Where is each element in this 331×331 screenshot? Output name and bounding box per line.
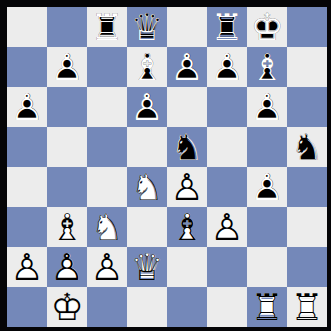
piece-outline-glyph: ♙ bbox=[167, 47, 207, 87]
piece-outline-glyph: ♘ bbox=[167, 127, 207, 167]
black-king-g8: ♚♔ bbox=[247, 7, 287, 47]
piece-outline-glyph: ♖ bbox=[287, 287, 327, 327]
square-a8[interactable] bbox=[7, 7, 47, 47]
square-f6[interactable] bbox=[207, 87, 247, 127]
square-c2[interactable]: ♟♙ bbox=[87, 247, 127, 287]
chess-board: ♜♖♛♕♜♖♚♔♟♙♝♗♟♙♟♙♝♗♟♙♟♙♟♙♞♘♞♘♞♘♟♙♟♙♝♗♞♘♝♗… bbox=[7, 7, 327, 327]
square-d1[interactable] bbox=[127, 287, 167, 327]
black-pawn-e7: ♟♙ bbox=[167, 47, 207, 87]
black-pawn-f7: ♟♙ bbox=[207, 47, 247, 87]
square-c7[interactable] bbox=[87, 47, 127, 87]
white-pawn-e4: ♟♙ bbox=[167, 167, 207, 207]
square-f5[interactable] bbox=[207, 127, 247, 167]
square-b6[interactable] bbox=[47, 87, 87, 127]
piece-outline-glyph: ♙ bbox=[207, 47, 247, 87]
piece-outline-glyph: ♔ bbox=[47, 287, 87, 327]
square-b2[interactable]: ♟♙ bbox=[47, 247, 87, 287]
square-d5[interactable] bbox=[127, 127, 167, 167]
black-pawn-g6: ♟♙ bbox=[247, 87, 287, 127]
black-pawn-a6: ♟♙ bbox=[7, 87, 47, 127]
piece-outline-glyph: ♗ bbox=[47, 207, 87, 247]
square-h1[interactable]: ♜♖ bbox=[287, 287, 327, 327]
square-e7[interactable]: ♟♙ bbox=[167, 47, 207, 87]
square-c4[interactable] bbox=[87, 167, 127, 207]
square-c1[interactable] bbox=[87, 287, 127, 327]
square-g6[interactable]: ♟♙ bbox=[247, 87, 287, 127]
square-e3[interactable]: ♝♗ bbox=[167, 207, 207, 247]
square-d4[interactable]: ♞♘ bbox=[127, 167, 167, 207]
square-c8[interactable]: ♜♖ bbox=[87, 7, 127, 47]
square-b8[interactable] bbox=[47, 7, 87, 47]
square-h3[interactable] bbox=[287, 207, 327, 247]
piece-outline-glyph: ♗ bbox=[247, 47, 287, 87]
square-h7[interactable] bbox=[287, 47, 327, 87]
square-d3[interactable] bbox=[127, 207, 167, 247]
piece-outline-glyph: ♔ bbox=[247, 7, 287, 47]
square-a5[interactable] bbox=[7, 127, 47, 167]
square-h5[interactable]: ♞♘ bbox=[287, 127, 327, 167]
black-pawn-d6: ♟♙ bbox=[127, 87, 167, 127]
square-b4[interactable] bbox=[47, 167, 87, 207]
piece-outline-glyph: ♙ bbox=[7, 87, 47, 127]
square-f8[interactable]: ♜♖ bbox=[207, 7, 247, 47]
white-bishop-e3: ♝♗ bbox=[167, 207, 207, 247]
square-a2[interactable]: ♟♙ bbox=[7, 247, 47, 287]
square-f3[interactable]: ♟♙ bbox=[207, 207, 247, 247]
chess-diagram-frame: ♜♖♛♕♜♖♚♔♟♙♝♗♟♙♟♙♝♗♟♙♟♙♟♙♞♘♞♘♞♘♟♙♟♙♝♗♞♘♝♗… bbox=[0, 0, 331, 331]
white-pawn-a2: ♟♙ bbox=[7, 247, 47, 287]
white-king-b1: ♚♔ bbox=[47, 287, 87, 327]
square-c3[interactable]: ♞♘ bbox=[87, 207, 127, 247]
piece-outline-glyph: ♖ bbox=[247, 287, 287, 327]
square-f1[interactable] bbox=[207, 287, 247, 327]
black-knight-e5: ♞♘ bbox=[167, 127, 207, 167]
square-e6[interactable] bbox=[167, 87, 207, 127]
white-rook-g1: ♜♖ bbox=[247, 287, 287, 327]
piece-outline-glyph: ♙ bbox=[7, 247, 47, 287]
square-a4[interactable] bbox=[7, 167, 47, 207]
white-knight-d4: ♞♘ bbox=[127, 167, 167, 207]
square-g8[interactable]: ♚♔ bbox=[247, 7, 287, 47]
square-a7[interactable] bbox=[7, 47, 47, 87]
square-g2[interactable] bbox=[247, 247, 287, 287]
white-bishop-b3: ♝♗ bbox=[47, 207, 87, 247]
piece-outline-glyph: ♗ bbox=[167, 207, 207, 247]
square-d8[interactable]: ♛♕ bbox=[127, 7, 167, 47]
square-d6[interactable]: ♟♙ bbox=[127, 87, 167, 127]
piece-outline-glyph: ♘ bbox=[127, 167, 167, 207]
square-b3[interactable]: ♝♗ bbox=[47, 207, 87, 247]
square-h4[interactable] bbox=[287, 167, 327, 207]
piece-outline-glyph: ♙ bbox=[47, 247, 87, 287]
piece-outline-glyph: ♙ bbox=[127, 87, 167, 127]
black-bishop-d7: ♝♗ bbox=[127, 47, 167, 87]
white-pawn-c2: ♟♙ bbox=[87, 247, 127, 287]
square-d2[interactable]: ♛♕ bbox=[127, 247, 167, 287]
square-c6[interactable] bbox=[87, 87, 127, 127]
piece-outline-glyph: ♘ bbox=[287, 127, 327, 167]
square-g7[interactable]: ♝♗ bbox=[247, 47, 287, 87]
white-pawn-f3: ♟♙ bbox=[207, 207, 247, 247]
square-c5[interactable] bbox=[87, 127, 127, 167]
square-h2[interactable] bbox=[287, 247, 327, 287]
square-h8[interactable] bbox=[287, 7, 327, 47]
piece-outline-glyph: ♙ bbox=[167, 167, 207, 207]
white-pawn-b2: ♟♙ bbox=[47, 247, 87, 287]
square-b1[interactable]: ♚♔ bbox=[47, 287, 87, 327]
square-f4[interactable] bbox=[207, 167, 247, 207]
piece-outline-glyph: ♖ bbox=[87, 7, 127, 47]
square-a6[interactable]: ♟♙ bbox=[7, 87, 47, 127]
square-g1[interactable]: ♜♖ bbox=[247, 287, 287, 327]
black-rook-f8: ♜♖ bbox=[207, 7, 247, 47]
white-knight-c3: ♞♘ bbox=[87, 207, 127, 247]
piece-outline-glyph: ♘ bbox=[87, 207, 127, 247]
black-pawn-g4: ♟♙ bbox=[247, 167, 287, 207]
black-bishop-g7: ♝♗ bbox=[247, 47, 287, 87]
square-f7[interactable]: ♟♙ bbox=[207, 47, 247, 87]
square-b5[interactable] bbox=[47, 127, 87, 167]
piece-outline-glyph: ♕ bbox=[127, 247, 167, 287]
square-g3[interactable] bbox=[247, 207, 287, 247]
piece-outline-glyph: ♙ bbox=[87, 247, 127, 287]
square-e8[interactable] bbox=[167, 7, 207, 47]
square-a3[interactable] bbox=[7, 207, 47, 247]
black-knight-h5: ♞♘ bbox=[287, 127, 327, 167]
piece-outline-glyph: ♙ bbox=[207, 207, 247, 247]
square-b7[interactable]: ♟♙ bbox=[47, 47, 87, 87]
white-queen-d2: ♛♕ bbox=[127, 247, 167, 287]
piece-outline-glyph: ♖ bbox=[207, 7, 247, 47]
piece-outline-glyph: ♗ bbox=[127, 47, 167, 87]
square-e5[interactable]: ♞♘ bbox=[167, 127, 207, 167]
black-queen-d8: ♛♕ bbox=[127, 7, 167, 47]
square-g5[interactable] bbox=[247, 127, 287, 167]
piece-outline-glyph: ♕ bbox=[127, 7, 167, 47]
white-rook-h1: ♜♖ bbox=[287, 287, 327, 327]
square-e2[interactable] bbox=[167, 247, 207, 287]
square-f2[interactable] bbox=[207, 247, 247, 287]
square-g4[interactable]: ♟♙ bbox=[247, 167, 287, 207]
square-h6[interactable] bbox=[287, 87, 327, 127]
black-rook-c8: ♜♖ bbox=[87, 7, 127, 47]
piece-outline-glyph: ♙ bbox=[247, 167, 287, 207]
piece-outline-glyph: ♙ bbox=[47, 47, 87, 87]
square-a1[interactable] bbox=[7, 287, 47, 327]
square-d7[interactable]: ♝♗ bbox=[127, 47, 167, 87]
square-e4[interactable]: ♟♙ bbox=[167, 167, 207, 207]
piece-outline-glyph: ♙ bbox=[247, 87, 287, 127]
black-pawn-b7: ♟♙ bbox=[47, 47, 87, 87]
square-e1[interactable] bbox=[167, 287, 207, 327]
